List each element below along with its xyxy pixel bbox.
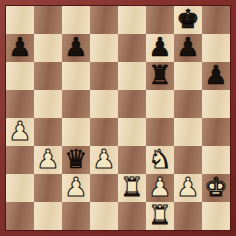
square-c7[interactable]: ♟ <box>62 34 90 62</box>
square-a3[interactable] <box>6 146 34 174</box>
square-f3[interactable]: ♞ <box>146 146 174 174</box>
black-pawn-c7[interactable]: ♟ <box>64 34 87 61</box>
square-f2[interactable]: ♟ <box>146 174 174 202</box>
square-c1[interactable] <box>62 202 90 230</box>
square-b3[interactable]: ♟ <box>34 146 62 174</box>
square-f7[interactable]: ♟ <box>146 34 174 62</box>
chess-board-frame: ♚♟♟♟♟♜♟♟♟♛♟♞♟♜♟♟♚♜ <box>0 0 236 236</box>
square-d8[interactable] <box>90 6 118 34</box>
square-d3[interactable]: ♟ <box>90 146 118 174</box>
square-f5[interactable] <box>146 90 174 118</box>
square-a1[interactable] <box>6 202 34 230</box>
black-king-g8[interactable]: ♚ <box>176 6 199 33</box>
square-h5[interactable] <box>202 90 230 118</box>
square-d4[interactable] <box>90 118 118 146</box>
square-g7[interactable]: ♟ <box>174 34 202 62</box>
square-c3[interactable]: ♛ <box>62 146 90 174</box>
square-b5[interactable] <box>34 90 62 118</box>
black-pawn-h6[interactable]: ♟ <box>204 62 227 89</box>
square-h3[interactable] <box>202 146 230 174</box>
chess-board: ♚♟♟♟♟♜♟♟♟♛♟♞♟♜♟♟♚♜ <box>6 6 230 230</box>
square-h7[interactable] <box>202 34 230 62</box>
square-b1[interactable] <box>34 202 62 230</box>
square-d6[interactable] <box>90 62 118 90</box>
square-e7[interactable] <box>118 34 146 62</box>
square-g8[interactable]: ♚ <box>174 6 202 34</box>
white-pawn-c2[interactable]: ♟ <box>64 174 87 201</box>
square-e3[interactable] <box>118 146 146 174</box>
square-e8[interactable] <box>118 6 146 34</box>
square-b6[interactable] <box>34 62 62 90</box>
square-d2[interactable] <box>90 174 118 202</box>
white-pawn-f2[interactable]: ♟ <box>148 174 171 201</box>
square-f8[interactable] <box>146 6 174 34</box>
square-d5[interactable] <box>90 90 118 118</box>
white-pawn-g2[interactable]: ♟ <box>176 174 199 201</box>
square-h1[interactable] <box>202 202 230 230</box>
square-d7[interactable] <box>90 34 118 62</box>
square-h8[interactable] <box>202 6 230 34</box>
square-a2[interactable] <box>6 174 34 202</box>
square-g3[interactable] <box>174 146 202 174</box>
black-pawn-f7[interactable]: ♟ <box>148 34 171 61</box>
square-c2[interactable]: ♟ <box>62 174 90 202</box>
square-h2[interactable]: ♚ <box>202 174 230 202</box>
square-g2[interactable]: ♟ <box>174 174 202 202</box>
white-rook-e2[interactable]: ♜ <box>120 174 143 201</box>
black-rook-f6[interactable]: ♜ <box>148 62 171 89</box>
white-king-h2[interactable]: ♚ <box>204 174 227 201</box>
white-pawn-d3[interactable]: ♟ <box>92 146 115 173</box>
square-c6[interactable] <box>62 62 90 90</box>
square-f1[interactable]: ♜ <box>146 202 174 230</box>
white-pawn-b3[interactable]: ♟ <box>36 146 59 173</box>
square-a6[interactable] <box>6 62 34 90</box>
square-e2[interactable]: ♜ <box>118 174 146 202</box>
square-b7[interactable] <box>34 34 62 62</box>
square-e1[interactable] <box>118 202 146 230</box>
square-c8[interactable] <box>62 6 90 34</box>
black-queen-c3[interactable]: ♛ <box>64 146 87 173</box>
square-d1[interactable] <box>90 202 118 230</box>
square-g1[interactable] <box>174 202 202 230</box>
square-h4[interactable] <box>202 118 230 146</box>
square-b2[interactable] <box>34 174 62 202</box>
square-c4[interactable] <box>62 118 90 146</box>
square-e4[interactable] <box>118 118 146 146</box>
square-f6[interactable]: ♜ <box>146 62 174 90</box>
square-f4[interactable] <box>146 118 174 146</box>
black-pawn-g7[interactable]: ♟ <box>176 34 199 61</box>
square-b8[interactable] <box>34 6 62 34</box>
square-a4[interactable]: ♟ <box>6 118 34 146</box>
white-knight-f3[interactable]: ♞ <box>148 146 171 173</box>
square-e6[interactable] <box>118 62 146 90</box>
square-a7[interactable]: ♟ <box>6 34 34 62</box>
white-rook-f1[interactable]: ♜ <box>148 202 171 229</box>
square-c5[interactable] <box>62 90 90 118</box>
square-g5[interactable] <box>174 90 202 118</box>
square-g6[interactable] <box>174 62 202 90</box>
square-e5[interactable] <box>118 90 146 118</box>
black-pawn-a7[interactable]: ♟ <box>8 34 31 61</box>
square-a5[interactable] <box>6 90 34 118</box>
square-b4[interactable] <box>34 118 62 146</box>
square-g4[interactable] <box>174 118 202 146</box>
square-h6[interactable]: ♟ <box>202 62 230 90</box>
white-pawn-a4[interactable]: ♟ <box>8 118 31 145</box>
square-a8[interactable] <box>6 6 34 34</box>
